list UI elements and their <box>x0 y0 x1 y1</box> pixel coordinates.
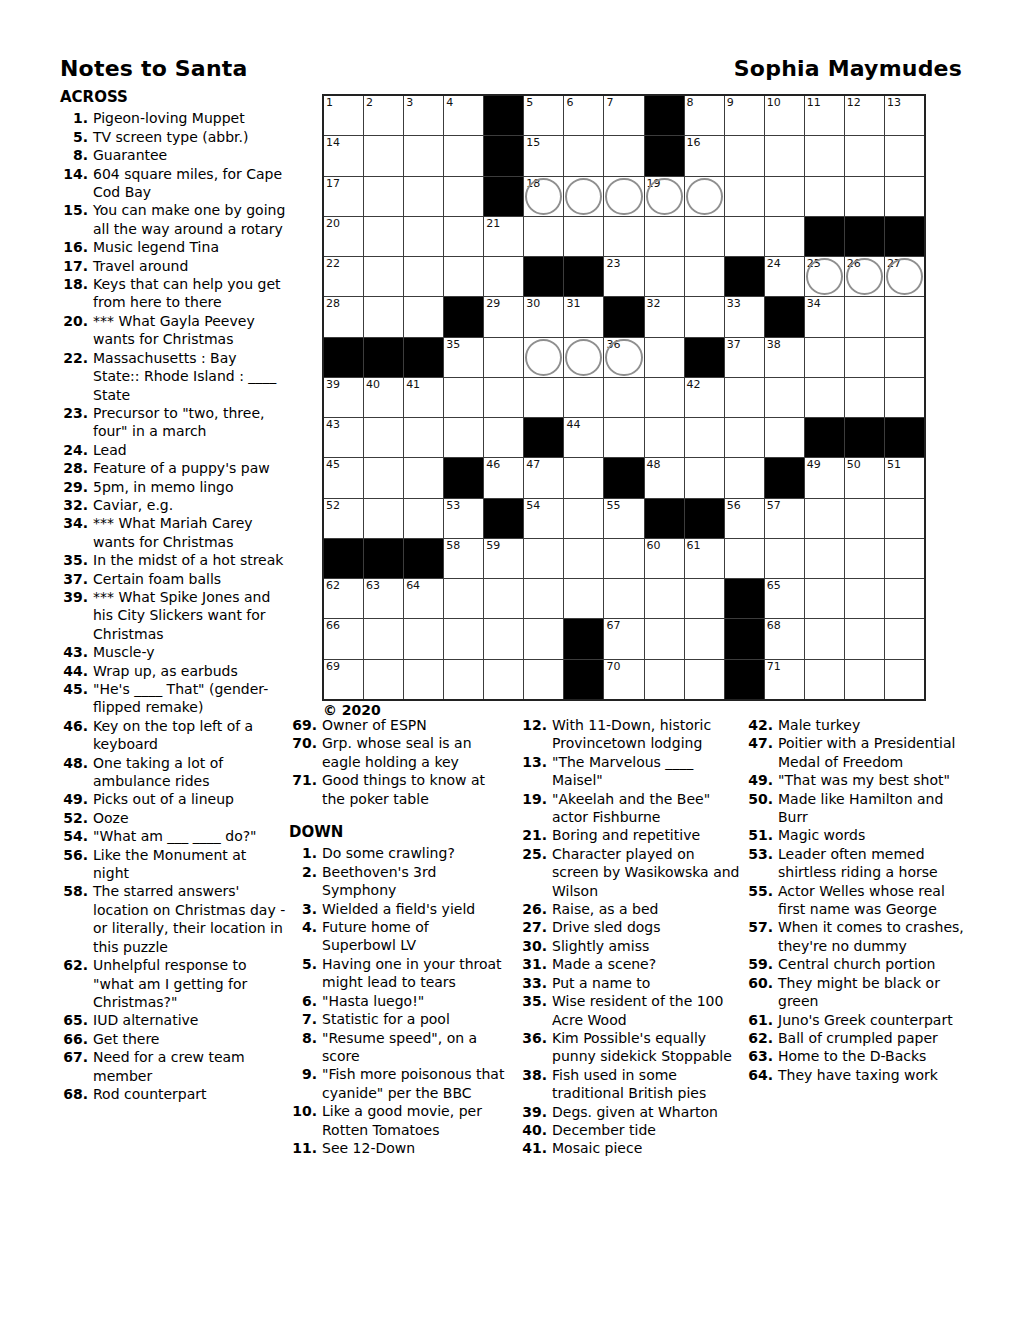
cell-r3c1[interactable]: 17 <box>324 177 363 216</box>
cell-r13c14[interactable] <box>845 579 884 618</box>
cell-r7c7[interactable] <box>564 338 603 377</box>
cell-r4c7[interactable] <box>564 217 603 256</box>
cell-r3c8[interactable] <box>604 177 643 216</box>
clue-down-49: 49."That was my best shot" <box>745 771 965 789</box>
cell-r2c2[interactable] <box>364 136 403 175</box>
clue-text: Certain foam balls <box>93 570 286 588</box>
cell-r14c4[interactable] <box>444 619 483 658</box>
cell-r7c15[interactable] <box>885 338 924 377</box>
block-r15c11 <box>725 660 764 699</box>
cell-r8c15[interactable] <box>885 378 924 417</box>
clue-across-18: 18.Keys that can help you get from here … <box>60 275 286 312</box>
cell-r14c3[interactable] <box>404 619 443 658</box>
cell-r1c13[interactable]: 11 <box>805 96 844 135</box>
cell-r3c4[interactable] <box>444 177 483 216</box>
cell-r9c12[interactable] <box>765 418 804 457</box>
cell-r6c5[interactable]: 29 <box>484 297 523 336</box>
cell-number-71: 71 <box>767 661 781 672</box>
cell-r14c13[interactable] <box>805 619 844 658</box>
cell-number-55: 55 <box>606 500 620 511</box>
cell-r3c2[interactable] <box>364 177 403 216</box>
block-r2c9 <box>645 136 684 175</box>
cell-number-20: 20 <box>326 218 340 229</box>
clue-text: Feature of a puppy's paw <box>93 459 286 477</box>
clue-text: Grp. whose seal is an eagle holding a ke… <box>322 734 505 771</box>
cell-r15c14[interactable] <box>845 660 884 699</box>
crossword-grid: 1234567891011121314151617181920212223242… <box>322 94 926 701</box>
cell-r5c12[interactable]: 24 <box>765 257 804 296</box>
cell-r5c4[interactable] <box>444 257 483 296</box>
clue-text: Wielded a field's yield <box>322 900 505 918</box>
clue-down-6: 6."Hasta luego!" <box>289 992 505 1010</box>
clue-number: 60. <box>745 974 773 1011</box>
cell-r4c3[interactable] <box>404 217 443 256</box>
clue-text: Picks out of a lineup <box>93 790 286 808</box>
clue-number: 35. <box>60 551 88 569</box>
block-r10c4 <box>444 458 483 497</box>
cell-r10c14[interactable]: 50 <box>845 458 884 497</box>
cell-r8c10[interactable]: 42 <box>685 378 724 417</box>
cell-r4c1[interactable]: 20 <box>324 217 363 256</box>
cell-r5c9[interactable] <box>645 257 684 296</box>
block-r15c7 <box>564 660 603 699</box>
cell-r3c3[interactable] <box>404 177 443 216</box>
cell-r13c15[interactable] <box>885 579 924 618</box>
clue-number: 30. <box>519 937 547 955</box>
clue-text: The starred answers' location on Christm… <box>93 882 286 956</box>
cell-r13c8[interactable] <box>604 579 643 618</box>
cell-r11c2[interactable] <box>364 499 403 538</box>
cell-r10c5[interactable]: 46 <box>484 458 523 497</box>
cell-number-48: 48 <box>647 459 661 470</box>
cell-r13c9[interactable] <box>645 579 684 618</box>
circle-marker <box>886 258 923 295</box>
cell-number-65: 65 <box>767 580 781 591</box>
cell-r15c12[interactable]: 71 <box>765 660 804 699</box>
cell-r5c14[interactable]: 26 <box>845 257 884 296</box>
cell-r4c10[interactable] <box>685 217 724 256</box>
cell-r1c15[interactable]: 13 <box>885 96 924 135</box>
cell-r12c4[interactable]: 58 <box>444 539 483 578</box>
clue-across-1: 1.Pigeon-loving Muppet <box>60 109 286 127</box>
cell-r5c10[interactable] <box>685 257 724 296</box>
block-r6c8 <box>604 297 643 336</box>
cell-r2c3[interactable] <box>404 136 443 175</box>
cell-r3c13[interactable] <box>805 177 844 216</box>
cell-r10c15[interactable]: 51 <box>885 458 924 497</box>
across-clue-list-continued: 69.Owner of ESPN70.Grp. whose seal is an… <box>289 716 505 808</box>
block-r7c2 <box>364 338 403 377</box>
cell-r14c12[interactable]: 68 <box>765 619 804 658</box>
cell-r11c1[interactable]: 52 <box>324 499 363 538</box>
cell-r13c13[interactable] <box>805 579 844 618</box>
cell-r7c6[interactable] <box>524 338 563 377</box>
cell-number-16: 16 <box>687 137 701 148</box>
cell-r8c2[interactable]: 40 <box>364 378 403 417</box>
clue-number: 69. <box>289 716 317 734</box>
cell-r4c12[interactable] <box>765 217 804 256</box>
block-r7c10 <box>685 338 724 377</box>
cell-r4c2[interactable] <box>364 217 403 256</box>
cell-r10c13[interactable]: 49 <box>805 458 844 497</box>
cell-r1c2[interactable]: 2 <box>364 96 403 135</box>
cell-r15c1[interactable]: 69 <box>324 660 363 699</box>
cell-r12c12[interactable] <box>765 539 804 578</box>
cell-r11c14[interactable] <box>845 499 884 538</box>
cell-r5c5[interactable] <box>484 257 523 296</box>
cell-r13c10[interactable] <box>685 579 724 618</box>
clue-across-67: 67.Need for a crew team member <box>60 1048 286 1085</box>
clue-number: 20. <box>60 312 88 349</box>
cell-r8c5[interactable] <box>484 378 523 417</box>
cell-r7c9[interactable] <box>645 338 684 377</box>
cell-r2c1[interactable]: 14 <box>324 136 363 175</box>
clue-down-21: 21.Boring and repetitive <box>519 826 741 844</box>
cell-r8c7[interactable] <box>564 378 603 417</box>
cell-r12c14[interactable] <box>845 539 884 578</box>
cell-r8c6[interactable] <box>524 378 563 417</box>
cell-r13c5[interactable] <box>484 579 523 618</box>
cell-r11c15[interactable] <box>885 499 924 538</box>
cell-r14c6[interactable] <box>524 619 563 658</box>
cell-r15c3[interactable] <box>404 660 443 699</box>
cell-r9c9[interactable] <box>645 418 684 457</box>
cell-r1c12[interactable]: 10 <box>765 96 804 135</box>
cell-r11c8[interactable]: 55 <box>604 499 643 538</box>
clue-across-71: 71.Good things to know at the poker tabl… <box>289 771 505 808</box>
cell-r6c1[interactable]: 28 <box>324 297 363 336</box>
cell-r6c13[interactable]: 34 <box>805 297 844 336</box>
cell-r8c1[interactable]: 39 <box>324 378 363 417</box>
cell-r11c11[interactable]: 56 <box>725 499 764 538</box>
cell-r9c11[interactable] <box>725 418 764 457</box>
clue-text: Caviar, e.g. <box>93 496 286 514</box>
cell-r15c9[interactable] <box>645 660 684 699</box>
clue-text: 604 square miles, for Cape Cod Bay <box>93 165 286 202</box>
cell-r11c7[interactable] <box>564 499 603 538</box>
clue-text: One taking a lot of ambulance rides <box>93 754 286 791</box>
clue-text: Character played on screen by Wasikowska… <box>552 845 741 900</box>
cell-number-23: 23 <box>606 258 620 269</box>
cell-r6c14[interactable] <box>845 297 884 336</box>
cell-r7c8[interactable]: 36 <box>604 338 643 377</box>
cell-r15c15[interactable] <box>885 660 924 699</box>
cell-number-54: 54 <box>526 500 540 511</box>
clue-down-31: 31.Made a scene? <box>519 955 741 973</box>
cell-r6c3[interactable] <box>404 297 443 336</box>
cell-r9c2[interactable] <box>364 418 403 457</box>
cell-r14c10[interactable] <box>685 619 724 658</box>
clue-text: *** What Mariah Carey wants for Christma… <box>93 514 286 551</box>
cell-r11c6[interactable]: 54 <box>524 499 563 538</box>
cell-r14c15[interactable] <box>885 619 924 658</box>
cell-r1c14[interactable]: 12 <box>845 96 884 135</box>
cell-number-29: 29 <box>486 298 500 309</box>
cell-r1c10[interactable]: 8 <box>685 96 724 135</box>
cell-r14c1[interactable]: 66 <box>324 619 363 658</box>
clue-down-40: 40.December tide <box>519 1121 741 1139</box>
clue-number: 39. <box>60 588 88 643</box>
cell-number-9: 9 <box>727 97 734 108</box>
cell-r8c8[interactable] <box>604 378 643 417</box>
cell-r9c1[interactable]: 43 <box>324 418 363 457</box>
clue-text: Drive sled dogs <box>552 918 741 936</box>
cell-r7c12[interactable]: 38 <box>765 338 804 377</box>
cell-r15c6[interactable] <box>524 660 563 699</box>
clue-text: When it comes to crashes, they're no dum… <box>778 918 965 955</box>
cell-r10c7[interactable] <box>564 458 603 497</box>
clue-across-49: 49.Picks out of a lineup <box>60 790 286 808</box>
cell-r12c6[interactable] <box>524 539 563 578</box>
cell-r5c3[interactable] <box>404 257 443 296</box>
cell-r11c12[interactable]: 57 <box>765 499 804 538</box>
cell-r13c6[interactable] <box>524 579 563 618</box>
clue-text: Unhelpful response to "what am I getting… <box>93 956 286 1011</box>
cell-r7c14[interactable] <box>845 338 884 377</box>
clue-text: "He's ____ That" (gender-flipped remake) <box>93 680 286 717</box>
cell-r1c11[interactable]: 9 <box>725 96 764 135</box>
cell-r15c13[interactable] <box>805 660 844 699</box>
cell-r10c3[interactable] <box>404 458 443 497</box>
cell-r2c7[interactable] <box>564 136 603 175</box>
clue-across-20: 20.*** What Gayla Peevey wants for Chris… <box>60 312 286 349</box>
cell-r5c13[interactable]: 25 <box>805 257 844 296</box>
clue-text: "That was my best shot" <box>778 771 965 789</box>
clue-down-8: 8."Resume speed", on a score <box>289 1029 505 1066</box>
cell-r1c7[interactable]: 6 <box>564 96 603 135</box>
cell-r12c13[interactable] <box>805 539 844 578</box>
cell-r3c10[interactable] <box>685 177 724 216</box>
cell-number-68: 68 <box>767 620 781 631</box>
circle-marker <box>605 339 642 376</box>
cell-r14c9[interactable] <box>645 619 684 658</box>
clue-across-15: 15.You can make one by going all the way… <box>60 201 286 238</box>
cell-number-37: 37 <box>727 339 741 350</box>
clue-number: 18. <box>60 275 88 312</box>
clue-across-44: 44.Wrap up, as earbuds <box>60 662 286 680</box>
cell-r8c9[interactable] <box>645 378 684 417</box>
cell-r2c13[interactable] <box>805 136 844 175</box>
clue-text: Having one in your throat might lead to … <box>322 955 505 992</box>
clue-number: 23. <box>60 404 88 441</box>
cell-r6c15[interactable] <box>885 297 924 336</box>
cell-r9c7[interactable]: 44 <box>564 418 603 457</box>
circle-marker <box>605 178 642 215</box>
clue-across-5: 5.TV screen type (abbr.) <box>60 128 286 146</box>
clue-across-35: 35.In the midst of a hot streak <box>60 551 286 569</box>
cell-number-53: 53 <box>446 500 460 511</box>
cell-r14c8[interactable]: 67 <box>604 619 643 658</box>
clue-number: 3. <box>289 900 317 918</box>
cell-r10c1[interactable]: 45 <box>324 458 363 497</box>
cell-r13c3[interactable]: 64 <box>404 579 443 618</box>
cell-r10c2[interactable] <box>364 458 403 497</box>
cell-r10c9[interactable]: 48 <box>645 458 684 497</box>
clue-text: Central church portion <box>778 955 965 973</box>
block-r7c1 <box>324 338 363 377</box>
clue-number: 41. <box>519 1139 547 1157</box>
clue-text: Male turkey <box>778 716 965 734</box>
cell-r4c5[interactable]: 21 <box>484 217 523 256</box>
cell-r4c9[interactable] <box>645 217 684 256</box>
cell-r1c3[interactable]: 3 <box>404 96 443 135</box>
cell-r13c7[interactable] <box>564 579 603 618</box>
clue-down-27: 27.Drive sled dogs <box>519 918 741 936</box>
cell-r14c5[interactable] <box>484 619 523 658</box>
cell-r12c8[interactable] <box>604 539 643 578</box>
clue-across-65: 65.IUD alternative <box>60 1011 286 1029</box>
clue-number: 7. <box>289 1010 317 1028</box>
circle-marker <box>686 178 723 215</box>
clue-text: Future home of Superbowl LV <box>322 918 505 955</box>
cell-r2c15[interactable] <box>885 136 924 175</box>
clue-text: Travel around <box>93 257 286 275</box>
block-r1c9 <box>645 96 684 135</box>
cell-r7c13[interactable] <box>805 338 844 377</box>
cell-r5c15[interactable]: 27 <box>885 257 924 296</box>
cell-r15c2[interactable] <box>364 660 403 699</box>
cell-r3c6[interactable]: 18 <box>524 177 563 216</box>
clue-number: 34. <box>60 514 88 551</box>
cell-r11c13[interactable] <box>805 499 844 538</box>
cell-r4c11[interactable] <box>725 217 764 256</box>
cell-r13c12[interactable]: 65 <box>765 579 804 618</box>
clue-across-22: 22.Massachusetts : Bay State:: Rhode Isl… <box>60 349 286 404</box>
cell-r4c6[interactable] <box>524 217 563 256</box>
cell-r5c2[interactable] <box>364 257 403 296</box>
cell-r11c3[interactable] <box>404 499 443 538</box>
cell-r1c8[interactable]: 7 <box>604 96 643 135</box>
cell-r3c14[interactable] <box>845 177 884 216</box>
cell-r11c4[interactable]: 53 <box>444 499 483 538</box>
cell-r1c4[interactable]: 4 <box>444 96 483 135</box>
clue-number: 19. <box>519 790 547 827</box>
cell-r12c9[interactable]: 60 <box>645 539 684 578</box>
cell-r13c4[interactable] <box>444 579 483 618</box>
cell-r2c6[interactable]: 15 <box>524 136 563 175</box>
clue-text: Slightly amiss <box>552 937 741 955</box>
clue-across-8: 8.Guarantee <box>60 146 286 164</box>
clue-number: 66. <box>60 1030 88 1048</box>
cell-r8c12[interactable] <box>765 378 804 417</box>
cell-r6c6[interactable]: 30 <box>524 297 563 336</box>
cell-r5c8[interactable]: 23 <box>604 257 643 296</box>
cell-number-1: 1 <box>326 97 333 108</box>
clue-across-58: 58.The starred answers' location on Chri… <box>60 882 286 956</box>
cell-r9c4[interactable] <box>444 418 483 457</box>
block-r2c5 <box>484 136 523 175</box>
cell-number-63: 63 <box>366 580 380 591</box>
cell-r12c11[interactable] <box>725 539 764 578</box>
cell-r2c10[interactable]: 16 <box>685 136 724 175</box>
clue-across-16: 16.Music legend Tina <box>60 238 286 256</box>
cell-number-10: 10 <box>767 97 781 108</box>
cell-r9c5[interactable] <box>484 418 523 457</box>
cell-r13c2[interactable]: 63 <box>364 579 403 618</box>
cell-r6c7[interactable]: 31 <box>564 297 603 336</box>
clue-down-11: 11.See 12-Down <box>289 1139 505 1157</box>
cell-number-34: 34 <box>807 298 821 309</box>
block-r10c8 <box>604 458 643 497</box>
cell-r7c11[interactable]: 37 <box>725 338 764 377</box>
clue-number: 68. <box>60 1085 88 1103</box>
cell-r7c4[interactable]: 35 <box>444 338 483 377</box>
cell-r2c12[interactable] <box>765 136 804 175</box>
block-r6c12 <box>765 297 804 336</box>
cell-r2c4[interactable] <box>444 136 483 175</box>
cell-r4c4[interactable] <box>444 217 483 256</box>
cell-number-45: 45 <box>326 459 340 470</box>
cell-r12c15[interactable] <box>885 539 924 578</box>
cell-r6c10[interactable] <box>685 297 724 336</box>
cell-r9c8[interactable] <box>604 418 643 457</box>
clue-text: They might be black or green <box>778 974 965 1011</box>
cell-r14c14[interactable] <box>845 619 884 658</box>
cell-r9c3[interactable] <box>404 418 443 457</box>
cell-r8c14[interactable] <box>845 378 884 417</box>
cell-r12c5[interactable]: 59 <box>484 539 523 578</box>
cell-r8c13[interactable] <box>805 378 844 417</box>
cell-r12c10[interactable]: 61 <box>685 539 724 578</box>
cell-r15c4[interactable] <box>444 660 483 699</box>
cell-r15c10[interactable] <box>685 660 724 699</box>
cell-number-47: 47 <box>526 459 540 470</box>
cell-r10c11[interactable] <box>725 458 764 497</box>
cell-r3c9[interactable]: 19 <box>645 177 684 216</box>
cell-r5c1[interactable]: 22 <box>324 257 363 296</box>
cell-r2c8[interactable] <box>604 136 643 175</box>
clue-text: IUD alternative <box>93 1011 286 1029</box>
cell-number-35: 35 <box>446 339 460 350</box>
cell-r8c3[interactable]: 41 <box>404 378 443 417</box>
cell-r1c1[interactable]: 1 <box>324 96 363 135</box>
clue-number: 37. <box>60 570 88 588</box>
cell-r10c10[interactable] <box>685 458 724 497</box>
cell-r6c9[interactable]: 32 <box>645 297 684 336</box>
cell-number-64: 64 <box>406 580 420 591</box>
cell-r3c11[interactable] <box>725 177 764 216</box>
cell-r3c7[interactable] <box>564 177 603 216</box>
cell-r8c4[interactable] <box>444 378 483 417</box>
cell-r4c8[interactable] <box>604 217 643 256</box>
cell-r15c8[interactable]: 70 <box>604 660 643 699</box>
cell-r7c5[interactable] <box>484 338 523 377</box>
cell-r1c6[interactable]: 5 <box>524 96 563 135</box>
clue-text: "Fish more poisonous that cyanide" per t… <box>322 1065 505 1102</box>
clue-text: *** What Gayla Peevey wants for Christma… <box>93 312 286 349</box>
cell-r3c12[interactable] <box>765 177 804 216</box>
cell-r8c11[interactable] <box>725 378 764 417</box>
clue-down-13: 13."The Marvelous ____ Maisel" <box>519 753 741 790</box>
clue-text: Degs. given at Wharton <box>552 1103 741 1121</box>
cell-r10c6[interactable]: 47 <box>524 458 563 497</box>
clue-down-61: 61.Juno's Greek counterpart <box>745 1011 965 1029</box>
cell-r3c15[interactable] <box>885 177 924 216</box>
cell-r6c2[interactable] <box>364 297 403 336</box>
clue-text: Guarantee <box>93 146 286 164</box>
cell-r15c5[interactable] <box>484 660 523 699</box>
cell-r14c2[interactable] <box>364 619 403 658</box>
cell-r2c11[interactable] <box>725 136 764 175</box>
block-r9c14 <box>845 418 884 457</box>
cell-r9c10[interactable] <box>685 418 724 457</box>
cell-r12c7[interactable] <box>564 539 603 578</box>
cell-r6c11[interactable]: 33 <box>725 297 764 336</box>
clue-down-3: 3.Wielded a field's yield <box>289 900 505 918</box>
cell-r2c14[interactable] <box>845 136 884 175</box>
clue-text: Poitier with a Presidential Medal of Fre… <box>778 734 965 771</box>
cell-r13c1[interactable]: 62 <box>324 579 363 618</box>
